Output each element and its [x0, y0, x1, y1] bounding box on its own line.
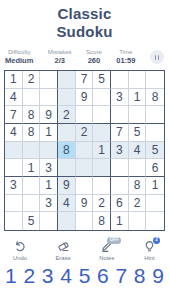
cell-r1c7[interactable] [111, 71, 129, 89]
cell-r8c4[interactable]: 4 [58, 195, 76, 213]
pause-icon [155, 55, 160, 60]
page-title: Classic Sudoku [0, 5, 169, 41]
undo-icon [13, 240, 26, 253]
cell-r3c2[interactable]: 8 [23, 106, 41, 124]
cell-r6c7[interactable] [111, 159, 129, 177]
cell-r5c3[interactable] [40, 142, 58, 160]
cell-r1c5[interactable]: 7 [76, 71, 94, 89]
cell-r1c4[interactable] [58, 71, 76, 89]
cell-r5c2[interactable] [23, 142, 41, 160]
cell-r1c8[interactable] [129, 71, 147, 89]
cell-r4c5[interactable]: 2 [76, 124, 94, 142]
cell-r4c9[interactable] [146, 124, 164, 142]
numpad-9[interactable]: 9 [152, 264, 164, 288]
sudoku-board: 1275493187892481275813451363198134926258… [4, 70, 165, 231]
cell-r7c9[interactable]: 1 [146, 177, 164, 195]
stat-score: Score 260 [86, 48, 102, 66]
cell-r2c7[interactable]: 3 [111, 89, 129, 107]
cell-r7c7[interactable] [111, 177, 129, 195]
cell-r4c3[interactable]: 1 [40, 124, 58, 142]
toolbar: Undo Erase OFF Notes 2 Hint [0, 240, 169, 261]
cell-r9c5[interactable] [76, 212, 94, 230]
cell-r1c2[interactable]: 2 [23, 71, 41, 89]
cell-r4c4[interactable] [58, 124, 76, 142]
hint-button[interactable]: 2 Hint [143, 240, 156, 261]
cell-r5c6[interactable]: 1 [93, 142, 111, 160]
stat-time: Time 01:59 [116, 48, 135, 66]
cell-r3c4[interactable]: 2 [58, 106, 76, 124]
cell-r8c1[interactable] [5, 195, 23, 213]
cell-r9c7[interactable]: 1 [111, 212, 129, 230]
cell-r4c1[interactable]: 4 [5, 124, 23, 142]
cell-r2c2[interactable] [23, 89, 41, 107]
cell-r9c1[interactable] [5, 212, 23, 230]
cell-r9c8[interactable] [129, 212, 147, 230]
cell-r2c1[interactable]: 4 [5, 89, 23, 107]
stat-difficulty: Difficulty Medium [5, 48, 33, 66]
cell-r5c4[interactable]: 8 [58, 142, 76, 160]
cell-r1c1[interactable]: 1 [5, 71, 23, 89]
stat-time-value: 01:59 [116, 56, 135, 66]
undo-label: Undo [13, 255, 27, 261]
numpad-8[interactable]: 8 [134, 264, 146, 288]
numpad-7[interactable]: 7 [115, 264, 127, 288]
cell-r6c1[interactable] [5, 159, 23, 177]
cell-r2c3[interactable] [40, 89, 58, 107]
stat-time-label: Time [116, 48, 135, 56]
notes-button[interactable]: OFF Notes [99, 240, 114, 261]
numpad-1[interactable]: 1 [5, 264, 17, 288]
numpad-3[interactable]: 3 [42, 264, 54, 288]
cell-r4c8[interactable]: 5 [129, 124, 147, 142]
cell-r6c5[interactable] [76, 159, 94, 177]
number-pad: 123456789 [0, 264, 169, 288]
cell-r8c8[interactable]: 2 [129, 195, 147, 213]
cell-r7c2[interactable] [23, 177, 41, 195]
cell-r2c8[interactable]: 1 [129, 89, 147, 107]
title-line-1: Classic [0, 5, 169, 23]
pause-button[interactable] [150, 50, 164, 64]
erase-button[interactable]: Erase [55, 240, 70, 261]
cell-r3c9[interactable] [146, 106, 164, 124]
cell-r8c2[interactable] [23, 195, 41, 213]
eraser-icon [57, 240, 70, 253]
cell-r9c3[interactable] [40, 212, 58, 230]
cell-r3c1[interactable]: 7 [5, 106, 23, 124]
stat-mistakes: Mistakes 2/3 [48, 48, 72, 66]
cell-r7c5[interactable] [76, 177, 94, 195]
cell-r1c6[interactable]: 5 [93, 71, 111, 89]
cell-r2c4[interactable] [58, 89, 76, 107]
cell-r1c3[interactable] [40, 71, 58, 89]
numpad-5[interactable]: 5 [79, 264, 91, 288]
cell-r7c3[interactable]: 1 [40, 177, 58, 195]
cell-r4c7[interactable]: 7 [111, 124, 129, 142]
cell-r5c1[interactable] [5, 142, 23, 160]
cell-r7c4[interactable]: 9 [58, 177, 76, 195]
stat-mistakes-label: Mistakes [48, 48, 72, 56]
cell-r6c3[interactable]: 3 [40, 159, 58, 177]
undo-button[interactable]: Undo [13, 240, 27, 261]
notes-label: Notes [99, 255, 114, 261]
cell-r7c8[interactable]: 8 [129, 177, 147, 195]
cell-r9c9[interactable] [146, 212, 164, 230]
cell-r6c9[interactable]: 6 [146, 159, 164, 177]
cell-r4c2[interactable]: 8 [23, 124, 41, 142]
cell-r6c8[interactable] [129, 159, 147, 177]
cell-r9c6[interactable]: 8 [93, 212, 111, 230]
hint-count-badge: 2 [153, 237, 160, 244]
cell-r5c7[interactable]: 3 [111, 142, 129, 160]
cell-r8c6[interactable]: 2 [93, 195, 111, 213]
cell-r3c5[interactable] [76, 106, 94, 124]
numpad-6[interactable]: 6 [97, 264, 109, 288]
stat-mistakes-value: 2/3 [48, 56, 72, 66]
cell-r8c5[interactable]: 9 [76, 195, 94, 213]
cell-r9c2[interactable]: 5 [23, 212, 41, 230]
erase-label: Erase [55, 255, 70, 261]
stat-score-label: Score [86, 48, 102, 56]
cell-r6c6[interactable] [93, 159, 111, 177]
cell-r9c4[interactable] [58, 212, 76, 230]
cell-r7c1[interactable]: 3 [5, 177, 23, 195]
cell-r6c2[interactable]: 1 [23, 159, 41, 177]
cell-r7c6[interactable] [93, 177, 111, 195]
stat-difficulty-label: Difficulty [5, 48, 33, 56]
cell-r6c4[interactable] [58, 159, 76, 177]
stat-score-value: 260 [86, 56, 102, 66]
numpad-2[interactable]: 2 [23, 264, 35, 288]
hint-label: Hint [144, 255, 154, 261]
cell-r1c9[interactable] [146, 71, 164, 89]
notes-off-badge: OFF [107, 237, 121, 244]
cell-r2c9[interactable]: 8 [146, 89, 164, 107]
cell-r3c6[interactable] [93, 106, 111, 124]
cell-r3c8[interactable] [129, 106, 147, 124]
cell-r8c9[interactable] [146, 195, 164, 213]
cell-r8c7[interactable]: 6 [111, 195, 129, 213]
numpad-4[interactable]: 4 [60, 264, 72, 288]
cell-r5c9[interactable]: 5 [146, 142, 164, 160]
stat-difficulty-value: Medium [5, 56, 33, 66]
cell-r2c5[interactable]: 9 [76, 89, 94, 107]
cell-r5c8[interactable]: 4 [129, 142, 147, 160]
cell-r2c6[interactable] [93, 89, 111, 107]
cell-r4c6[interactable] [93, 124, 111, 142]
cell-r5c5[interactable] [76, 142, 94, 160]
cell-r3c3[interactable]: 9 [40, 106, 58, 124]
title-line-2: Sudoku [0, 23, 169, 41]
stats-bar: Difficulty Medium Mistakes 2/3 Score 260… [0, 48, 169, 66]
cell-r3c7[interactable] [111, 106, 129, 124]
cell-r8c3[interactable]: 3 [40, 195, 58, 213]
